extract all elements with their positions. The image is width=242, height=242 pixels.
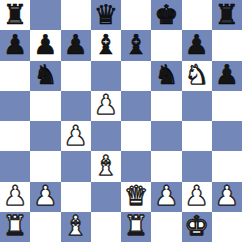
square-h7[interactable] (212, 30, 242, 60)
black-pawn[interactable]: ♟ (64, 31, 88, 58)
square-g3[interactable] (182, 151, 212, 181)
black-queen[interactable]: ♛ (94, 1, 118, 28)
square-c6[interactable] (61, 61, 91, 91)
square-d8[interactable]: ♛ (91, 0, 121, 30)
square-b8[interactable] (30, 0, 60, 30)
black-pawn[interactable]: ♟ (215, 61, 239, 88)
square-g6[interactable]: ♞ (182, 61, 212, 91)
square-g5[interactable] (182, 91, 212, 121)
square-f2[interactable]: ♟ (151, 182, 181, 212)
square-f4[interactable] (151, 121, 181, 151)
black-bishop[interactable]: ♝ (124, 31, 148, 58)
square-b2[interactable]: ♟ (30, 182, 60, 212)
square-d7[interactable]: ♝ (91, 30, 121, 60)
white-rook[interactable]: ♜ (124, 212, 148, 239)
white-pawn[interactable]: ♟ (215, 182, 239, 209)
square-b1[interactable] (30, 212, 60, 242)
square-a3[interactable] (0, 151, 30, 181)
square-g4[interactable] (182, 121, 212, 151)
square-b3[interactable] (30, 151, 60, 181)
square-e7[interactable]: ♝ (121, 30, 151, 60)
square-a2[interactable]: ♟ (0, 182, 30, 212)
square-a5[interactable] (0, 91, 30, 121)
square-e1[interactable]: ♜ (121, 212, 151, 242)
square-d5[interactable]: ♟ (91, 91, 121, 121)
square-e2[interactable]: ♛ (121, 182, 151, 212)
square-g7[interactable]: ♟ (182, 30, 212, 60)
black-king[interactable]: ♚ (154, 1, 178, 28)
square-h8[interactable]: ♜ (212, 0, 242, 30)
square-h1[interactable] (212, 212, 242, 242)
square-b5[interactable] (30, 91, 60, 121)
white-king[interactable]: ♚ (185, 212, 209, 239)
square-b6[interactable]: ♞ (30, 61, 60, 91)
square-d1[interactable] (91, 212, 121, 242)
square-c3[interactable] (61, 151, 91, 181)
square-h3[interactable] (212, 151, 242, 181)
square-c5[interactable] (61, 91, 91, 121)
chess-board: ♜♛♚♜♟♟♟♝♝♟♞♞♞♟♟♟♝♟♟♛♟♟♟♜♝♜♚ (0, 0, 242, 242)
square-e6[interactable] (121, 61, 151, 91)
square-a6[interactable] (0, 61, 30, 91)
square-d2[interactable] (91, 182, 121, 212)
square-h6[interactable]: ♟ (212, 61, 242, 91)
black-pawn[interactable]: ♟ (3, 31, 27, 58)
white-pawn[interactable]: ♟ (154, 182, 178, 209)
square-h5[interactable] (212, 91, 242, 121)
square-a4[interactable] (0, 121, 30, 151)
white-pawn[interactable]: ♟ (185, 182, 209, 209)
white-pawn[interactable]: ♟ (33, 182, 57, 209)
square-c2[interactable] (61, 182, 91, 212)
square-d6[interactable] (91, 61, 121, 91)
square-c8[interactable] (61, 0, 91, 30)
white-knight[interactable]: ♞ (185, 61, 209, 88)
square-g2[interactable]: ♟ (182, 182, 212, 212)
square-f7[interactable] (151, 30, 181, 60)
square-f5[interactable] (151, 91, 181, 121)
square-c1[interactable]: ♝ (61, 212, 91, 242)
square-f8[interactable]: ♚ (151, 0, 181, 30)
square-h4[interactable] (212, 121, 242, 151)
black-rook[interactable]: ♜ (3, 1, 27, 28)
square-d4[interactable] (91, 121, 121, 151)
square-a1[interactable]: ♜ (0, 212, 30, 242)
black-knight[interactable]: ♞ (154, 61, 178, 88)
white-bishop[interactable]: ♝ (64, 212, 88, 239)
square-e8[interactable] (121, 0, 151, 30)
white-queen[interactable]: ♛ (124, 182, 148, 209)
square-f6[interactable]: ♞ (151, 61, 181, 91)
white-bishop[interactable]: ♝ (94, 152, 118, 179)
square-c7[interactable]: ♟ (61, 30, 91, 60)
square-a7[interactable]: ♟ (0, 30, 30, 60)
black-pawn[interactable]: ♟ (185, 31, 209, 58)
black-knight[interactable]: ♞ (33, 61, 57, 88)
square-c4[interactable]: ♟ (61, 121, 91, 151)
square-b4[interactable] (30, 121, 60, 151)
square-e5[interactable] (121, 91, 151, 121)
square-h2[interactable]: ♟ (212, 182, 242, 212)
white-pawn[interactable]: ♟ (94, 91, 118, 118)
square-b7[interactable]: ♟ (30, 30, 60, 60)
square-d3[interactable]: ♝ (91, 151, 121, 181)
black-bishop[interactable]: ♝ (94, 31, 118, 58)
square-g8[interactable] (182, 0, 212, 30)
black-rook[interactable]: ♜ (215, 1, 239, 28)
square-f1[interactable] (151, 212, 181, 242)
white-rook[interactable]: ♜ (3, 212, 27, 239)
square-e3[interactable] (121, 151, 151, 181)
white-pawn[interactable]: ♟ (64, 122, 88, 149)
square-a8[interactable]: ♜ (0, 0, 30, 30)
square-f3[interactable] (151, 151, 181, 181)
black-pawn[interactable]: ♟ (33, 31, 57, 58)
square-g1[interactable]: ♚ (182, 212, 212, 242)
white-pawn[interactable]: ♟ (3, 182, 27, 209)
square-e4[interactable] (121, 121, 151, 151)
